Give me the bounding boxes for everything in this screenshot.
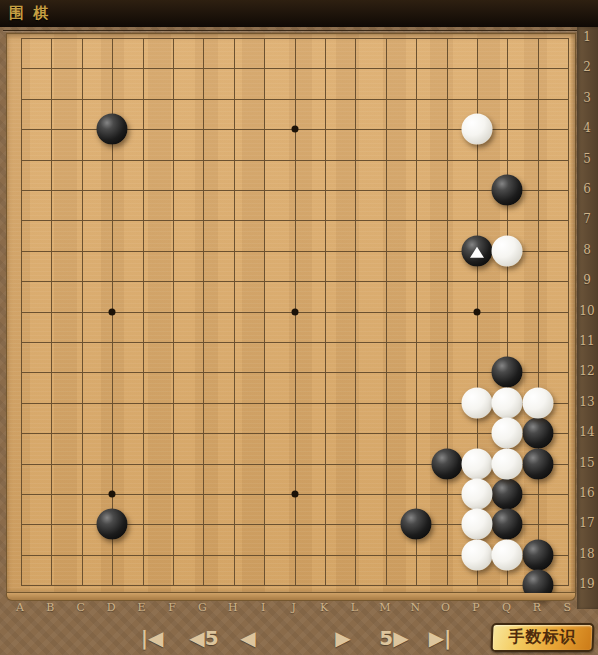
grid-line-row-1 xyxy=(21,38,569,39)
row-label-18: 18 xyxy=(578,547,596,561)
column-label-C: C xyxy=(71,601,91,615)
star-point-J16 xyxy=(291,491,298,498)
column-label-J: J xyxy=(284,601,304,615)
stone-white-P13 xyxy=(462,387,493,418)
star-point-D16 xyxy=(109,491,116,498)
stone-white-Q18 xyxy=(492,539,523,570)
app-title: 围 棋 xyxy=(9,4,50,23)
stone-white-Q13 xyxy=(492,387,523,418)
stone-black-Q17 xyxy=(492,509,523,540)
column-label-S: S xyxy=(557,601,577,615)
row-label-14: 14 xyxy=(578,425,596,439)
row-label-4: 4 xyxy=(578,121,596,135)
grid-line-row-14 xyxy=(21,433,569,434)
row-label-16: 16 xyxy=(578,486,596,500)
forward-one-move-button[interactable]: ▶ xyxy=(335,625,350,651)
row-label-3: 3 xyxy=(578,91,596,105)
row-label-7: 7 xyxy=(578,212,596,226)
board-bottom-edge xyxy=(6,593,576,601)
stone-white-P17 xyxy=(462,509,493,540)
row-label-9: 9 xyxy=(578,273,596,287)
row-label-15: 15 xyxy=(578,456,596,470)
back-5-moves-button[interactable]: ◀5 xyxy=(189,625,218,651)
row-label-12: 12 xyxy=(578,364,596,378)
forward-5-moves-button[interactable]: 5▶ xyxy=(379,625,408,651)
column-label-N: N xyxy=(405,601,425,615)
column-label-H: H xyxy=(223,601,243,615)
column-label-K: K xyxy=(314,601,334,615)
last-move-triangle-marker xyxy=(470,247,484,258)
column-label-M: M xyxy=(375,601,395,615)
column-label-E: E xyxy=(132,601,152,615)
row-label-13: 13 xyxy=(578,395,596,409)
stone-white-P18 xyxy=(462,539,493,570)
grid-line-row-2 xyxy=(21,68,569,69)
grid-line-row-11 xyxy=(21,342,569,343)
grid-line-row-6 xyxy=(21,190,569,191)
column-label-D: D xyxy=(101,601,121,615)
column-label-R: R xyxy=(527,601,547,615)
stone-black-D4 xyxy=(97,114,128,145)
grid-line-row-12 xyxy=(21,372,569,373)
row-label-10: 10 xyxy=(578,304,596,318)
stone-black-R18 xyxy=(522,539,553,570)
column-label-O: O xyxy=(436,601,456,615)
back-one-move-button[interactable]: ◀ xyxy=(240,625,255,651)
stone-white-P15 xyxy=(462,448,493,479)
stone-white-P4 xyxy=(462,114,493,145)
star-point-D10 xyxy=(109,308,116,315)
column-label-L: L xyxy=(344,601,364,615)
grid-line-row-7 xyxy=(21,220,569,221)
stone-black-Q6 xyxy=(492,175,523,206)
column-label-F: F xyxy=(162,601,182,615)
grid-line-row-9 xyxy=(21,281,569,282)
row-label-19: 19 xyxy=(578,577,596,591)
row-label-2: 2 xyxy=(578,60,596,74)
stone-black-R15 xyxy=(522,448,553,479)
stone-black-Q16 xyxy=(492,479,523,510)
stone-black-Q12 xyxy=(492,357,523,388)
stone-white-Q15 xyxy=(492,448,523,479)
star-point-J4 xyxy=(291,126,298,133)
last-move-button[interactable]: ▶| xyxy=(429,625,452,651)
star-point-P10 xyxy=(474,308,481,315)
star-point-J10 xyxy=(291,308,298,315)
column-label-Q: Q xyxy=(496,601,516,615)
title-bar: 围 棋 xyxy=(0,0,598,27)
stone-black-N17 xyxy=(401,509,432,540)
go-app-window: 围 棋 |◀ ◀5 ◀ ▶ 5▶ ▶| 手数标识 ABCDEFGHIJKLMNO… xyxy=(0,0,598,655)
stone-black-D17 xyxy=(97,509,128,540)
first-move-button[interactable]: |◀ xyxy=(141,625,164,651)
column-label-P: P xyxy=(466,601,486,615)
column-label-A: A xyxy=(10,601,30,615)
row-label-11: 11 xyxy=(578,334,596,348)
column-label-G: G xyxy=(192,601,212,615)
frame-divider xyxy=(3,30,595,31)
stone-white-P16 xyxy=(462,479,493,510)
grid-line-row-19 xyxy=(21,585,569,586)
row-label-5: 5 xyxy=(578,152,596,166)
stone-white-Q14 xyxy=(492,418,523,449)
stone-black-R14 xyxy=(522,418,553,449)
row-label-8: 8 xyxy=(578,243,596,257)
column-label-B: B xyxy=(40,601,60,615)
grid-line-row-3 xyxy=(21,99,569,100)
move-number-marker-button[interactable]: 手数标识 xyxy=(490,623,594,652)
row-label-17: 17 xyxy=(578,516,596,530)
stone-black-O15 xyxy=(431,448,462,479)
grid-line-row-5 xyxy=(21,160,569,161)
stone-white-Q8 xyxy=(492,235,523,266)
stone-white-R13 xyxy=(522,387,553,418)
row-label-6: 6 xyxy=(578,182,596,196)
go-board[interactable] xyxy=(6,33,576,593)
row-label-1: 1 xyxy=(578,30,596,44)
column-label-I: I xyxy=(253,601,273,615)
